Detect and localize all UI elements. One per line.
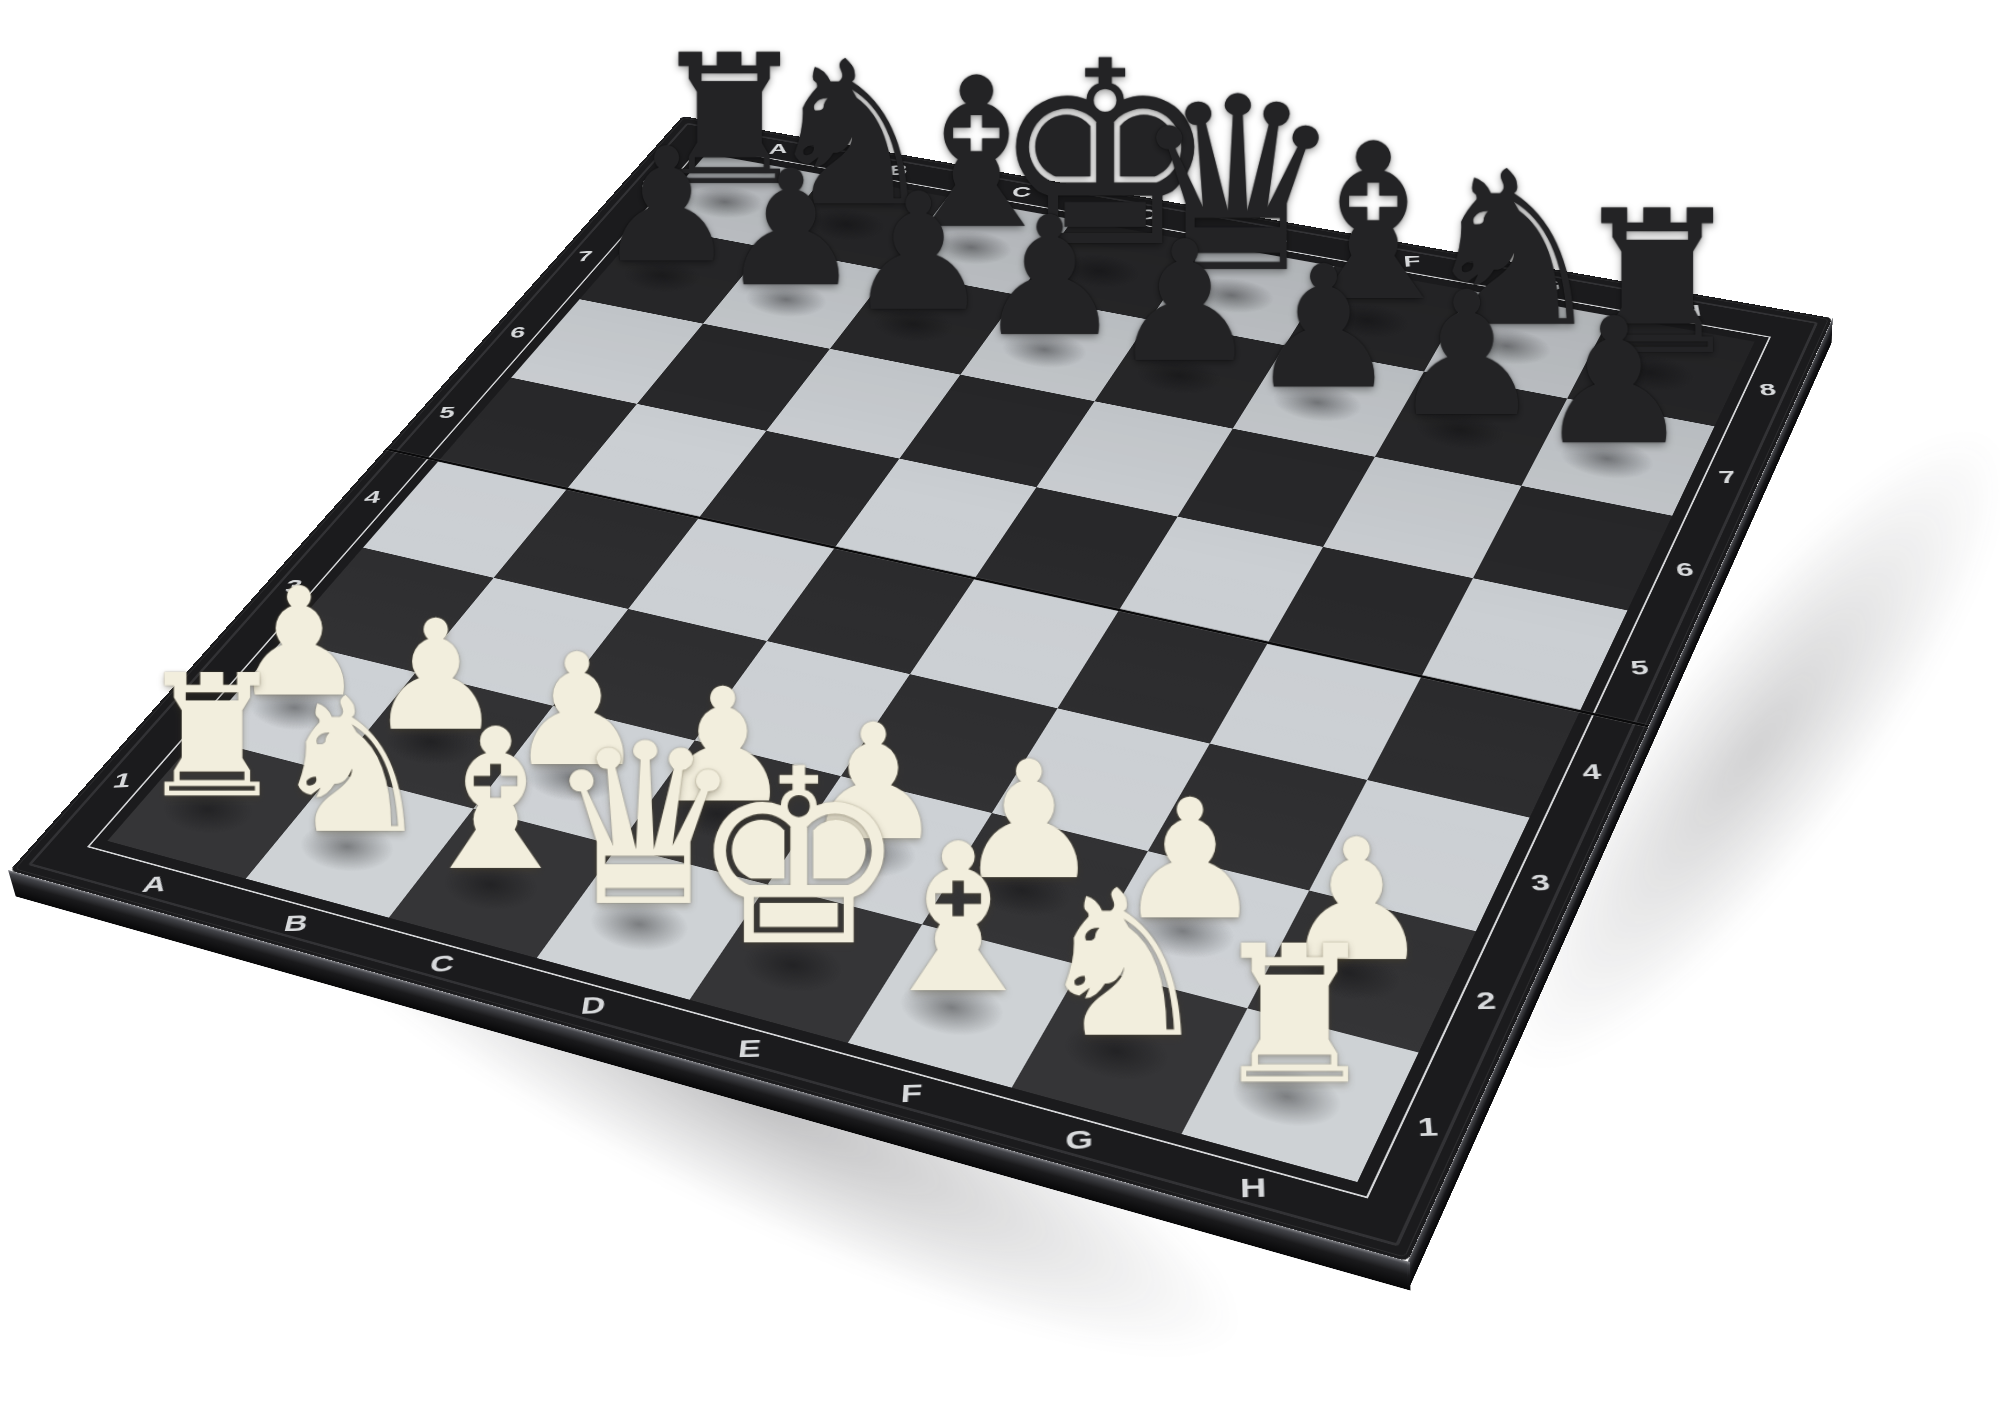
square-b4[interactable]: [494, 488, 700, 608]
rank-label-left-4: 4: [362, 487, 384, 508]
scene: 88AA77BB66CC55DD44EE33FF22GG11HH♜♞♝♚♛♝♞♜…: [0, 0, 2000, 1428]
rank-label-right-2: 2: [1475, 986, 1498, 1015]
black-pawn-f7[interactable]: ♟: [1248, 248, 1400, 409]
square-f4[interactable]: [1057, 610, 1268, 744]
photo-canvas: 88AA77BB66CC55DD44EE33FF22GG11HH♜♞♝♚♛♝♞♜…: [0, 0, 2000, 1428]
file-label-bottom-h: H: [1240, 1172, 1268, 1204]
rank-label-left-1: 1: [110, 768, 135, 792]
square-e4[interactable]: [910, 578, 1119, 708]
black-pawn-c7[interactable]: ♟: [846, 176, 991, 330]
file-label-bottom-d: D: [579, 991, 609, 1019]
file-label-bottom-e: E: [737, 1034, 764, 1063]
square-a5[interactable]: [439, 378, 637, 489]
square-h4[interactable]: [1367, 676, 1580, 818]
rank-label-right-4: 4: [1581, 759, 1604, 784]
board-surface: 88AA77BB66CC55DD44EE33FF22GG11HH♜♞♝♚♛♝♞♜…: [10, 116, 1833, 1261]
square-d6[interactable]: [899, 375, 1094, 488]
rank-label-left-7: 7: [576, 247, 595, 265]
square-g5[interactable]: [1268, 547, 1473, 676]
square-d4[interactable]: [767, 547, 975, 674]
rank-label-left-5: 5: [437, 403, 458, 422]
black-pawn-h7[interactable]: ♟: [1536, 299, 1692, 465]
rank-label-right-3: 3: [1529, 869, 1552, 896]
black-pawn-e7[interactable]: ♟: [1110, 223, 1260, 381]
file-label-bottom-f: F: [900, 1078, 924, 1108]
white-knight-g1[interactable]: ♞: [1033, 868, 1215, 1060]
square-b6[interactable]: [637, 324, 830, 431]
white-bishop-f1[interactable]: ♝: [867, 822, 1051, 1016]
white-rook-a1[interactable]: ♜: [137, 657, 288, 817]
black-pawn-a7[interactable]: ♟: [596, 131, 737, 281]
black-pawn-b7[interactable]: ♟: [719, 153, 862, 305]
rank-label-right-1: 1: [1417, 1111, 1441, 1142]
rank-label-right-8: 8: [1757, 380, 1779, 400]
rank-label-right-5: 5: [1629, 656, 1651, 680]
file-label-bottom-g: G: [1065, 1124, 1094, 1155]
square-g6[interactable]: [1323, 457, 1521, 578]
file-label-bottom-a: A: [140, 871, 171, 897]
rank-label-right-6: 6: [1674, 558, 1696, 581]
chessboard: 88AA77BB66CC55DD44EE33FF22GG11HH♜♞♝♚♛♝♞♜…: [10, 116, 1833, 1261]
square-c6[interactable]: [766, 349, 960, 459]
black-pawn-g7[interactable]: ♟: [1390, 273, 1544, 436]
rank-label-right-7: 7: [1717, 466, 1739, 487]
square-g4[interactable]: [1210, 642, 1422, 780]
square-e5[interactable]: [975, 487, 1178, 610]
black-pawn-d7[interactable]: ♟: [976, 199, 1123, 355]
white-rook-h1[interactable]: ♜: [1209, 926, 1379, 1106]
square-a6[interactable]: [511, 299, 703, 404]
file-label-bottom-b: B: [281, 910, 312, 937]
file-label-bottom-c: C: [428, 950, 458, 978]
rank-label-left-6: 6: [508, 323, 528, 342]
square-h5[interactable]: [1422, 578, 1628, 711]
square-f6[interactable]: [1178, 429, 1375, 547]
